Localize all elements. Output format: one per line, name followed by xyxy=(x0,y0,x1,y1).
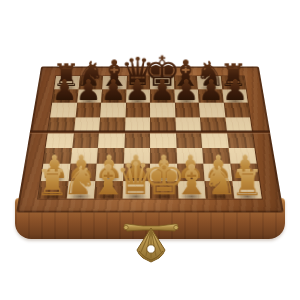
black-pawn: ♟ xyxy=(149,78,175,103)
board-square: ♟ xyxy=(126,89,150,103)
white-queen: ♛ xyxy=(116,160,156,199)
chess-set-photo: ♜♞♝♛♚♝♞♜♟♟♟♟♟♟♟♟♟♟♟♟♟♟♟♟♜♞♝♛♚♝♞♜ xyxy=(0,0,300,300)
white-rook: ♜ xyxy=(36,168,69,199)
board-square xyxy=(227,132,255,148)
board-square: ♟ xyxy=(198,89,223,103)
chess-board: ♜♞♝♛♚♝♞♜♟♟♟♟♟♟♟♟♟♟♟♟♟♟♟♟♜♞♝♛♚♝♞♜ xyxy=(16,67,284,213)
black-pawn: ♟ xyxy=(100,78,126,103)
board-square xyxy=(176,132,203,148)
white-rook: ♜ xyxy=(232,168,265,199)
board-square xyxy=(124,132,150,148)
board-square: ♜ xyxy=(232,181,262,199)
black-pawn: ♟ xyxy=(174,78,200,103)
board-square: ♟ xyxy=(150,89,174,103)
clasp-hole xyxy=(147,245,155,253)
board-square: ♜ xyxy=(38,181,68,199)
board-square: ♟ xyxy=(174,89,199,103)
board-square: ♟ xyxy=(52,89,78,103)
board-square: ♟ xyxy=(101,89,126,103)
board-square: ♟ xyxy=(77,89,102,103)
black-pawn: ♟ xyxy=(198,78,224,103)
black-pawn: ♟ xyxy=(51,78,77,103)
board-square xyxy=(201,132,228,148)
black-pawn: ♟ xyxy=(223,78,249,103)
board-square xyxy=(72,132,99,148)
board-square xyxy=(98,132,125,148)
black-pawn: ♟ xyxy=(76,78,102,103)
chess-board-grid: ♜♞♝♛♚♝♞♜♟♟♟♟♟♟♟♟♟♟♟♟♟♟♟♟♜♞♝♛♚♝♞♜ xyxy=(38,76,261,199)
black-pawn: ♟ xyxy=(125,78,151,103)
board-square: ♞ xyxy=(66,181,95,199)
board-square: ♞ xyxy=(205,181,234,199)
brass-clasp xyxy=(119,218,183,268)
board-square: ♟ xyxy=(222,89,248,103)
board-square xyxy=(46,132,74,148)
board-square xyxy=(150,132,176,148)
board-square: ♛ xyxy=(122,181,150,199)
clasp-fan-pendant xyxy=(137,228,165,262)
